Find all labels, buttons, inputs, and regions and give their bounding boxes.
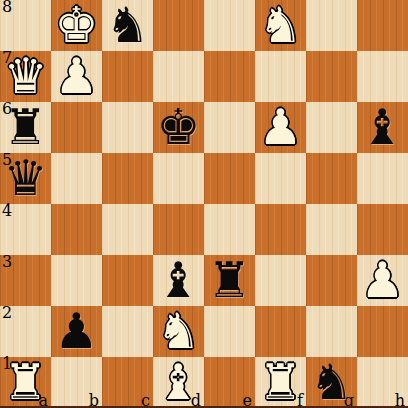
black-knight-c8[interactable]: ♞ xyxy=(102,0,153,51)
square-f3[interactable] xyxy=(255,255,306,306)
chess-board: 8♚♞♞7♛♟6♜♚♟♝5♛43♝♜♟2♟♞1a♜bcd♝ef♜g♞h xyxy=(0,0,408,408)
square-c1[interactable]: c xyxy=(102,357,153,408)
white-pawn-h3[interactable]: ♟ xyxy=(357,255,408,306)
square-h1[interactable]: h xyxy=(357,357,408,408)
square-a2[interactable]: 2 xyxy=(0,306,51,357)
square-e8[interactable] xyxy=(204,0,255,51)
square-h6[interactable]: ♝ xyxy=(357,102,408,153)
square-g6[interactable] xyxy=(306,102,357,153)
square-g8[interactable] xyxy=(306,0,357,51)
square-c3[interactable] xyxy=(102,255,153,306)
black-bishop-h6[interactable]: ♝ xyxy=(357,102,408,153)
black-bishop-d3[interactable]: ♝ xyxy=(153,255,204,306)
square-b1[interactable]: b xyxy=(51,357,102,408)
square-b3[interactable] xyxy=(51,255,102,306)
square-f6[interactable]: ♟ xyxy=(255,102,306,153)
square-a5[interactable]: 5♛ xyxy=(0,153,51,204)
square-g7[interactable] xyxy=(306,51,357,102)
square-b2[interactable]: ♟ xyxy=(51,306,102,357)
square-f1[interactable]: f♜ xyxy=(255,357,306,408)
square-a4[interactable]: 4 xyxy=(0,204,51,255)
square-a8[interactable]: 8 xyxy=(0,0,51,51)
square-h3[interactable]: ♟ xyxy=(357,255,408,306)
rank-label-2: 2 xyxy=(2,304,12,322)
square-f2[interactable] xyxy=(255,306,306,357)
chess-board-container: 8♚♞♞7♛♟6♜♚♟♝5♛43♝♜♟2♟♞1a♜bcd♝ef♜g♞h xyxy=(0,0,408,408)
rank-label-3: 3 xyxy=(2,253,12,271)
file-label-h: h xyxy=(395,392,405,408)
square-c6[interactable] xyxy=(102,102,153,153)
square-f5[interactable] xyxy=(255,153,306,204)
square-d1[interactable]: d♝ xyxy=(153,357,204,408)
square-b7[interactable]: ♟ xyxy=(51,51,102,102)
black-rook-e3[interactable]: ♜ xyxy=(204,255,255,306)
square-e4[interactable] xyxy=(204,204,255,255)
square-f7[interactable] xyxy=(255,51,306,102)
square-c8[interactable]: ♞ xyxy=(102,0,153,51)
square-d4[interactable] xyxy=(153,204,204,255)
square-c4[interactable] xyxy=(102,204,153,255)
square-c5[interactable] xyxy=(102,153,153,204)
white-pawn-f6[interactable]: ♟ xyxy=(255,102,306,153)
square-h8[interactable] xyxy=(357,0,408,51)
white-queen-a7[interactable]: ♛ xyxy=(0,51,51,102)
square-e7[interactable] xyxy=(204,51,255,102)
square-d8[interactable] xyxy=(153,0,204,51)
black-rook-a6[interactable]: ♜ xyxy=(0,102,51,153)
square-a6[interactable]: 6♜ xyxy=(0,102,51,153)
square-a7[interactable]: 7♛ xyxy=(0,51,51,102)
square-g1[interactable]: g♞ xyxy=(306,357,357,408)
square-c2[interactable] xyxy=(102,306,153,357)
square-h5[interactable] xyxy=(357,153,408,204)
white-king-b8[interactable]: ♚ xyxy=(51,0,102,51)
black-pawn-b2[interactable]: ♟ xyxy=(51,306,102,357)
white-rook-a1[interactable]: ♜ xyxy=(0,357,51,408)
square-h7[interactable] xyxy=(357,51,408,102)
square-g2[interactable] xyxy=(306,306,357,357)
white-pawn-b7[interactable]: ♟ xyxy=(51,51,102,102)
square-g3[interactable] xyxy=(306,255,357,306)
square-f4[interactable] xyxy=(255,204,306,255)
white-bishop-d1[interactable]: ♝ xyxy=(153,357,204,408)
square-h4[interactable] xyxy=(357,204,408,255)
square-e5[interactable] xyxy=(204,153,255,204)
square-d6[interactable]: ♚ xyxy=(153,102,204,153)
square-h2[interactable] xyxy=(357,306,408,357)
square-e3[interactable]: ♜ xyxy=(204,255,255,306)
square-b8[interactable]: ♚ xyxy=(51,0,102,51)
square-e2[interactable] xyxy=(204,306,255,357)
square-a3[interactable]: 3 xyxy=(0,255,51,306)
rank-label-8: 8 xyxy=(2,0,12,16)
square-d3[interactable]: ♝ xyxy=(153,255,204,306)
file-label-c: c xyxy=(141,392,150,408)
square-e1[interactable]: e xyxy=(204,357,255,408)
square-d5[interactable] xyxy=(153,153,204,204)
square-d2[interactable]: ♞ xyxy=(153,306,204,357)
white-knight-d2[interactable]: ♞ xyxy=(153,306,204,357)
file-label-b: b xyxy=(89,392,99,408)
square-b4[interactable] xyxy=(51,204,102,255)
file-label-e: e xyxy=(243,392,252,408)
white-rook-f1[interactable]: ♜ xyxy=(255,357,306,408)
square-g5[interactable] xyxy=(306,153,357,204)
square-g4[interactable] xyxy=(306,204,357,255)
square-c7[interactable] xyxy=(102,51,153,102)
square-f8[interactable]: ♞ xyxy=(255,0,306,51)
square-b6[interactable] xyxy=(51,102,102,153)
square-b5[interactable] xyxy=(51,153,102,204)
square-d7[interactable] xyxy=(153,51,204,102)
black-knight-g1[interactable]: ♞ xyxy=(306,357,357,408)
square-e6[interactable] xyxy=(204,102,255,153)
black-queen-a5[interactable]: ♛ xyxy=(0,153,51,204)
white-knight-f8[interactable]: ♞ xyxy=(255,0,306,51)
square-a1[interactable]: 1a♜ xyxy=(0,357,51,408)
black-king-d6[interactable]: ♚ xyxy=(153,102,204,153)
